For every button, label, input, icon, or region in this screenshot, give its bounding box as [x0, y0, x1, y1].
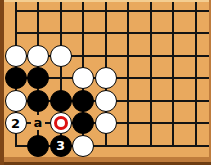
grid-line-vertical	[172, 0, 174, 147]
stone-white-c5-r6[interactable]	[95, 112, 117, 134]
board-edge-top-highlight	[0, 0, 211, 2]
go-diagram: a23	[0, 0, 211, 165]
stone-white-c3-r6[interactable]	[50, 112, 72, 134]
stone-white-c3-r3[interactable]	[50, 45, 72, 67]
board-edge-left-dark	[0, 0, 4, 165]
stone-black-c3-r7[interactable]: 3	[50, 135, 72, 157]
stone-black-c2-r5[interactable]	[27, 90, 49, 112]
board-edge-right-shadow	[209, 0, 211, 165]
stone-white-c5-r5[interactable]	[95, 90, 117, 112]
stone-black-c4-r5[interactable]	[72, 90, 94, 112]
stone-white-c1-r6[interactable]: 2	[5, 112, 27, 134]
move-number-label: 2	[11, 117, 20, 130]
stone-white-c2-r3[interactable]	[27, 45, 49, 67]
move-number-label: 3	[56, 139, 65, 152]
go-board[interactable]: a23	[0, 0, 211, 165]
board-edge-bottom-dark	[0, 162, 211, 165]
grid-line-horizontal	[15, 32, 212, 34]
stone-black-c4-r6[interactable]	[72, 112, 94, 134]
red-circle-marker-icon	[54, 116, 68, 130]
grid-line-vertical	[150, 0, 152, 147]
stone-white-c1-r3[interactable]	[5, 45, 27, 67]
stone-black-c2-r4[interactable]	[27, 67, 49, 89]
stone-black-c2-r7[interactable]	[27, 135, 49, 157]
stone-white-c1-r5[interactable]	[5, 90, 27, 112]
grid-line-vertical	[127, 0, 129, 147]
stone-black-c1-r4[interactable]	[5, 67, 27, 89]
stone-white-c5-r4[interactable]	[95, 67, 117, 89]
stone-white-c4-r4[interactable]	[72, 67, 94, 89]
stone-black-c3-r5[interactable]	[50, 90, 72, 112]
grid-line-horizontal	[15, 10, 212, 12]
point-label-a[interactable]: a	[31, 115, 45, 130]
grid-line-vertical	[195, 0, 197, 147]
stone-white-c4-r7[interactable]	[72, 135, 94, 157]
